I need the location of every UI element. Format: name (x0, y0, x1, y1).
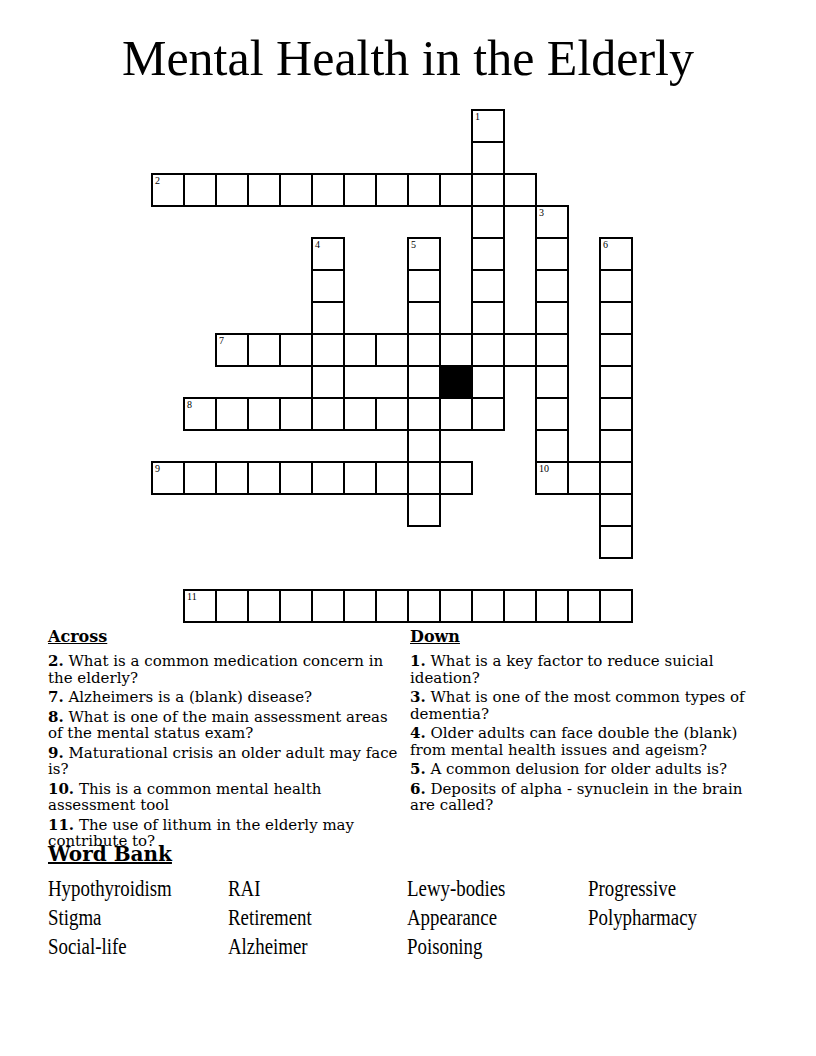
grid-cell[interactable] (312, 302, 344, 334)
grid-cell[interactable] (440, 334, 472, 366)
down-clue-3: 3. What is one of the most common types … (410, 689, 760, 722)
grid-cell[interactable] (408, 590, 440, 622)
grid-cell[interactable] (472, 238, 504, 270)
grid-cell[interactable] (472, 302, 504, 334)
grid-cell[interactable] (408, 494, 440, 526)
grid-cell[interactable] (472, 366, 504, 398)
grid-cell[interactable] (312, 462, 344, 494)
grid-cell[interactable] (440, 174, 472, 206)
word-bank-heading: Word Bank (48, 843, 788, 865)
clue-number: 9. (48, 744, 64, 762)
grid-cell[interactable] (600, 366, 632, 398)
across-clue-8: 8. What is one of the main assessment ar… (48, 709, 406, 742)
grid-cell[interactable] (312, 398, 344, 430)
grid-cell[interactable] (472, 590, 504, 622)
cell-number: 9 (155, 463, 160, 474)
grid-cell[interactable] (600, 302, 632, 334)
grid-cell[interactable] (408, 430, 440, 462)
word-bank-item: Hypothyroidism (48, 874, 196, 903)
word-bank-item: Alzheimer (228, 932, 375, 961)
word-bank-section: Word Bank HypothyroidismRAILewy-bodiesPr… (48, 843, 788, 961)
across-clues-section: Across 2. What is a common medication co… (48, 628, 406, 853)
crossword-grid: 1234567891011 (152, 110, 632, 622)
clue-number: 11. (48, 816, 74, 834)
word-bank-grid: HypothyroidismRAILewy-bodiesProgressiveS… (48, 874, 788, 961)
grid-cell[interactable] (600, 334, 632, 366)
across-clue-list: 2. What is a common medication concern i… (48, 653, 406, 850)
word-bank-empty (588, 932, 752, 961)
word-bank-item: Stigma (48, 903, 196, 932)
down-clues-section: Down 1. What is a key factor to reduce s… (410, 628, 760, 817)
word-bank-item: Poisoning (407, 932, 555, 961)
grid-cell[interactable] (344, 462, 376, 494)
word-bank-item: Appearance (407, 903, 555, 932)
grid-cell[interactable] (408, 462, 440, 494)
grid-cell[interactable] (408, 334, 440, 366)
grid-cell[interactable]: 11 (184, 590, 216, 622)
grid-cell[interactable] (600, 590, 632, 622)
grid-cell[interactable]: 2 (152, 174, 184, 206)
cell-number: 5 (411, 239, 416, 250)
grid-cell[interactable]: 7 (216, 334, 248, 366)
grid-cell[interactable] (280, 462, 312, 494)
cell-number: 10 (539, 463, 549, 474)
word-bank-item: Social-life (48, 932, 196, 961)
grid-cell[interactable] (536, 430, 568, 462)
grid-cell[interactable] (600, 526, 632, 558)
grid-cell[interactable] (344, 334, 376, 366)
grid-cell[interactable] (248, 590, 280, 622)
grid-cell[interactable] (280, 334, 312, 366)
grid-cell[interactable] (600, 270, 632, 302)
clue-number: 1. (410, 652, 426, 670)
grid-cell[interactable] (376, 174, 408, 206)
grid-cell[interactable] (376, 590, 408, 622)
black-cell (440, 366, 472, 398)
word-bank-item: RAI (228, 874, 375, 903)
cell-number: 1 (475, 111, 480, 122)
clue-number: 2. (48, 652, 64, 670)
grid-cell[interactable] (408, 270, 440, 302)
grid-cell[interactable] (408, 302, 440, 334)
cell-number: 11 (187, 591, 197, 602)
grid-cell[interactable] (184, 462, 216, 494)
clue-number: 7. (48, 688, 64, 706)
grid-cell[interactable] (568, 462, 600, 494)
grid-cell[interactable] (536, 366, 568, 398)
word-bank-item: Lewy-bodies (407, 874, 555, 903)
clue-number: 4. (410, 724, 426, 742)
grid-cell[interactable] (344, 398, 376, 430)
clue-number: 6. (410, 780, 426, 798)
grid-cell[interactable] (248, 334, 280, 366)
down-clue-list: 1. What is a key factor to reduce suicia… (410, 653, 760, 814)
grid-cell[interactable] (504, 334, 536, 366)
grid-cell[interactable]: 6 (600, 238, 632, 270)
worksheet-page: Mental Health in the Elderly 12345678910… (0, 0, 816, 1056)
grid-cell[interactable] (280, 590, 312, 622)
grid-cell[interactable] (248, 462, 280, 494)
grid-cell[interactable] (280, 174, 312, 206)
grid-cell[interactable] (248, 398, 280, 430)
down-clue-6: 6. Deposits of alpha - synuclein in the … (410, 781, 760, 814)
grid-cell[interactable] (536, 270, 568, 302)
down-heading: Down (410, 628, 760, 645)
across-clue-9: 9. Maturational crisis an older adult ma… (48, 745, 406, 778)
grid-cell[interactable] (312, 590, 344, 622)
down-clue-1: 1. What is a key factor to reduce suicia… (410, 653, 760, 686)
grid-cell[interactable] (440, 462, 472, 494)
grid-cell[interactable] (408, 366, 440, 398)
grid-cell[interactable]: 4 (312, 238, 344, 270)
grid-cell[interactable] (280, 398, 312, 430)
grid-cell[interactable] (248, 174, 280, 206)
grid-cell[interactable]: 5 (408, 238, 440, 270)
grid-cell[interactable] (472, 142, 504, 174)
grid-cell[interactable] (312, 334, 344, 366)
grid-cell[interactable] (536, 238, 568, 270)
grid-cell[interactable]: 1 (472, 110, 504, 142)
page-title: Mental Health in the Elderly (0, 30, 816, 88)
grid-cell[interactable] (440, 398, 472, 430)
clue-number: 10. (48, 780, 74, 798)
grid-cell[interactable] (504, 174, 536, 206)
grid-cell[interactable] (312, 270, 344, 302)
grid-cell[interactable] (216, 398, 248, 430)
grid-cell[interactable] (312, 174, 344, 206)
across-clue-7: 7. Alzheimers is a (blank) disease? (48, 689, 406, 706)
cell-number: 6 (603, 239, 608, 250)
cell-number: 8 (187, 399, 192, 410)
grid-cell[interactable] (504, 590, 536, 622)
across-clue-2: 2. What is a common medication concern i… (48, 653, 406, 686)
grid-cell[interactable] (376, 398, 408, 430)
grid-cell[interactable] (536, 398, 568, 430)
grid-cell[interactable] (376, 334, 408, 366)
cell-number: 2 (155, 175, 160, 186)
grid-cell[interactable] (344, 174, 376, 206)
grid-cell[interactable] (216, 174, 248, 206)
grid-cell[interactable] (440, 590, 472, 622)
grid-cell[interactable] (408, 398, 440, 430)
clue-number: 8. (48, 708, 64, 726)
across-clue-10: 10. This is a common mental health asses… (48, 781, 406, 814)
cell-number: 7 (219, 335, 224, 346)
grid-cell[interactable] (184, 174, 216, 206)
word-bank-item: Progressive (588, 874, 752, 903)
grid-cell[interactable] (600, 398, 632, 430)
grid-cell[interactable] (216, 590, 248, 622)
grid-cell[interactable] (312, 366, 344, 398)
grid-cell[interactable] (536, 334, 568, 366)
grid-cell[interactable] (600, 430, 632, 462)
grid-cell[interactable] (600, 494, 632, 526)
grid-cell[interactable] (344, 590, 376, 622)
cell-number: 4 (315, 239, 320, 250)
grid-cell[interactable]: 10 (536, 462, 568, 494)
grid-cell[interactable] (568, 590, 600, 622)
grid-cell[interactable] (216, 462, 248, 494)
grid-cell[interactable] (472, 206, 504, 238)
grid-cell[interactable] (472, 174, 504, 206)
grid-cell[interactable]: 9 (152, 462, 184, 494)
grid-cell[interactable]: 8 (184, 398, 216, 430)
down-clue-5: 5. A common delusion for older adults is… (410, 761, 760, 778)
grid-cell[interactable] (536, 590, 568, 622)
grid-cell[interactable] (472, 398, 504, 430)
cell-number: 3 (539, 207, 544, 218)
clue-number: 5. (410, 760, 426, 778)
grid-cell[interactable] (472, 270, 504, 302)
word-bank-item: Retirement (228, 903, 375, 932)
down-clue-4: 4. Older adults can face double the (bla… (410, 725, 760, 758)
grid-cell[interactable] (600, 462, 632, 494)
grid-cell[interactable] (408, 174, 440, 206)
grid-cell[interactable] (376, 462, 408, 494)
grid-cell[interactable]: 3 (536, 206, 568, 238)
grid-cell[interactable] (472, 334, 504, 366)
clue-number: 3. (410, 688, 426, 706)
word-bank-item: Polypharmacy (588, 903, 752, 932)
grid-cell[interactable] (536, 302, 568, 334)
across-heading: Across (48, 628, 406, 645)
